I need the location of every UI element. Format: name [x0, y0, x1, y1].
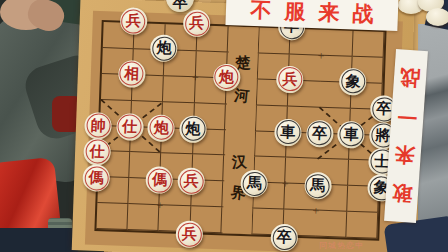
side-banner-character: 战	[399, 68, 420, 89]
piece-character: 兵	[189, 16, 205, 32]
black-piece-7-5[interactable]: 車	[274, 118, 302, 146]
piece-character: 車	[280, 124, 296, 140]
piece-character: 仕	[122, 119, 138, 135]
piece-character: 車	[343, 127, 359, 143]
red-piece-1-7[interactable]: 傌	[82, 164, 110, 192]
piece-character: 卒	[376, 101, 392, 117]
piece-character: 象	[345, 74, 361, 90]
red-piece-4-1[interactable]: 兵	[183, 9, 211, 37]
red-piece-3-7[interactable]: 傌	[146, 166, 174, 194]
side-banner-character: 来	[394, 144, 415, 165]
black-piece-6-7[interactable]: 馬	[240, 170, 268, 198]
black-piece-8-5[interactable]: 卒	[306, 119, 334, 147]
piece-character: 傌	[152, 173, 168, 189]
red-piece-4-7[interactable]: 兵	[177, 168, 205, 196]
piece-character: 馬	[310, 178, 326, 194]
xiangqi-board: 楚河汉界 ++++++++++ 兵兵相炮兵帥仕炮仕傌傌兵兵卒炮象卒炮車卒車將士馬…	[72, 0, 415, 252]
screenshot-root: 楚河汉界 ++++++++++ 兵兵相炮兵帥仕炮仕傌傌兵兵卒炮象卒炮車卒車將士馬…	[0, 0, 448, 252]
black-piece-3-2[interactable]: 炮	[150, 35, 178, 63]
piece-character: 炮	[154, 120, 170, 136]
red-piece-7-3[interactable]: 兵	[276, 65, 304, 93]
challenge-banner-text: 不服来战	[250, 0, 387, 29]
black-piece-7-9[interactable]: 卒	[270, 224, 298, 252]
piece-character: 兵	[126, 13, 142, 29]
black-piece-9-3[interactable]: 象	[339, 68, 367, 96]
board-field: 楚河汉界 ++++++++++ 兵兵相炮兵帥仕炮仕傌傌兵兵卒炮象卒炮車卒車將士馬…	[85, 11, 403, 252]
piece-character: 炮	[185, 121, 201, 137]
black-piece-4-5[interactable]: 炮	[179, 115, 207, 143]
piece-character: 帥	[90, 118, 106, 134]
piece-character: 炮	[219, 69, 235, 85]
piece-character: 將	[375, 128, 391, 144]
side-banner-character: 一	[397, 106, 418, 127]
black-piece-8-7[interactable]: 馬	[304, 172, 332, 200]
red-piece-2-3[interactable]: 相	[118, 60, 146, 88]
piece-character: 兵	[183, 174, 199, 190]
piece-character: 相	[124, 66, 140, 82]
piece-character: 卒	[277, 230, 293, 246]
red-piece-4-9[interactable]: 兵	[175, 220, 203, 248]
piece-character: 仕	[89, 144, 105, 160]
piece-character: 馬	[247, 176, 263, 192]
red-piece-2-5[interactable]: 仕	[116, 113, 144, 141]
piece-character: 卒	[312, 125, 328, 141]
side-banner-character: 敢	[391, 183, 412, 204]
piece-character: 傌	[88, 170, 104, 186]
red-piece-2-1[interactable]: 兵	[119, 7, 147, 35]
red-piece-1-6[interactable]: 仕	[83, 138, 111, 166]
video-watermark: 同城热恋中	[319, 240, 364, 251]
captured-piece-tray[interactable]	[426, 8, 448, 26]
navy-clothing	[0, 228, 78, 252]
piece-layer: 兵兵相炮兵帥仕炮仕傌傌兵兵卒炮象卒炮車卒車將士馬馬象卒	[94, 20, 386, 241]
piece-character: 兵	[282, 72, 298, 88]
red-piece-3-5[interactable]: 炮	[147, 114, 175, 142]
piece-character: 兵	[182, 226, 198, 242]
red-piece-5-3[interactable]: 炮	[213, 63, 241, 91]
piece-character: 炮	[156, 41, 172, 57]
black-piece-9-5[interactable]: 車	[337, 120, 365, 148]
red-piece-1-5[interactable]: 帥	[84, 111, 112, 139]
